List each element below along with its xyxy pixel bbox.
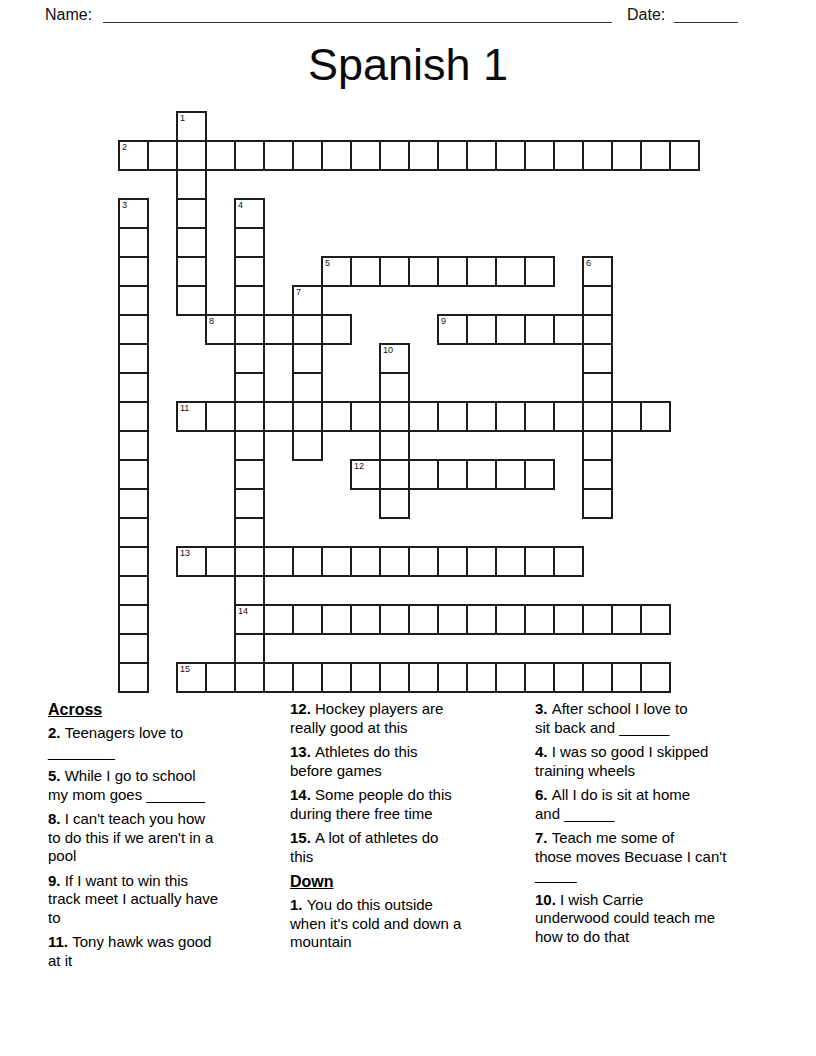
clue-number: 1. (290, 896, 307, 913)
clue-text: I was so good I skipped training wheels (535, 743, 708, 779)
grid-cell-r17c12[interactable] (466, 604, 497, 635)
grid-cell-r17c5[interactable] (263, 604, 294, 635)
grid-cell-r17c8[interactable] (350, 604, 381, 635)
grid-cell-r15c0[interactable] (118, 546, 149, 577)
grid-cell-r10c0[interactable] (118, 401, 149, 432)
grid-cell-r10c8[interactable] (350, 401, 381, 432)
grid-cell-r14c0[interactable] (118, 517, 149, 548)
clue-item-8: 8. I can't teach you how to do this if w… (48, 810, 288, 866)
grid-cell-r11c4[interactable] (234, 430, 265, 461)
grid-cell-r9c0[interactable] (118, 372, 149, 403)
clue-column-right: 3. After school I love to sit back and _… (535, 700, 785, 952)
clue-text: If I want to win this track meet I actua… (48, 872, 218, 926)
grid-cell-r5c2[interactable] (176, 256, 207, 287)
grid-cell-r4c4[interactable] (234, 227, 265, 258)
grid-cell-r19c0[interactable] (118, 662, 149, 693)
grid-cell-r19c12[interactable] (466, 662, 497, 693)
clue-column-middle: 12. Hockey players are really good at th… (290, 700, 527, 958)
grid-cell-r13c9[interactable] (379, 488, 410, 519)
clue-text: While I go to school my mom goes _______ (48, 767, 205, 803)
grid-cell-r5c0[interactable] (118, 256, 149, 287)
grid-cell-r6c0[interactable] (118, 285, 149, 316)
grid-cell-r5c14[interactable] (524, 256, 555, 287)
grid-cell-r12c9[interactable] (379, 459, 410, 490)
clue-number: 7. (535, 829, 552, 846)
grid-cell-r19c9[interactable] (379, 662, 410, 693)
name-label: Name: (45, 5, 92, 24)
clue-item-6: 6. All I do is sit at home and ______ (535, 786, 785, 823)
grid-cell-r12c4[interactable] (234, 459, 265, 490)
clue-number: 12. (290, 700, 315, 717)
grid-cell-r8c6[interactable] (292, 343, 323, 374)
grid-cell-r15c5[interactable] (263, 546, 294, 577)
grid-cell-r16c0[interactable] (118, 575, 149, 606)
grid-cell-r17c7[interactable] (321, 604, 352, 635)
grid-cell-r15c13[interactable] (495, 546, 526, 577)
clue-number: 2. (48, 724, 65, 741)
grid-cell-r6c2[interactable] (176, 285, 207, 316)
grid-cell-r15c12[interactable] (466, 546, 497, 577)
grid-cell-r17c10[interactable] (408, 604, 439, 635)
grid-cell-r19c10[interactable] (408, 662, 439, 693)
grid-cell-r19c11[interactable] (437, 662, 468, 693)
grid-cell-r18c4[interactable] (234, 633, 265, 664)
grid-cell-r5c12[interactable] (466, 256, 497, 287)
grid-cell-r17c6[interactable] (292, 604, 323, 635)
grid-cell-r15c3[interactable] (205, 546, 236, 577)
grid-cell-r8c16[interactable] (582, 343, 613, 374)
grid-cell-r16c4[interactable] (234, 575, 265, 606)
grid-cell-r1c1[interactable] (147, 140, 178, 171)
clue-heading-down: Down (290, 872, 527, 891)
grid-cell-r10c12[interactable] (466, 401, 497, 432)
grid-cell-r11c6[interactable] (292, 430, 323, 461)
cell-number-6: 6 (586, 258, 591, 268)
clue-item-1: 1. You do this outside when it's cold an… (290, 896, 527, 952)
clue-text: Tony hawk was good at it (48, 933, 211, 969)
clue-text: You do this outside when it's cold and d… (290, 896, 461, 950)
grid-cell-r1c7[interactable] (321, 140, 352, 171)
grid-cell-r12c11[interactable] (437, 459, 468, 490)
grid-cell-r19c16[interactable] (582, 662, 613, 693)
grid-cell-r17c11[interactable] (437, 604, 468, 635)
grid-cell-r19c6[interactable] (292, 662, 323, 693)
clue-item-5: 5. While I go to school my mom goes ____… (48, 767, 288, 804)
grid-cell-r19c4[interactable] (234, 662, 265, 693)
grid-cell-r1c5[interactable] (263, 140, 294, 171)
grid-cell-r10c17[interactable] (611, 401, 642, 432)
cell-number-9: 9 (441, 316, 446, 326)
grid-cell-r19c15[interactable] (553, 662, 584, 693)
cell-number-4: 4 (238, 200, 243, 210)
grid-cell-r7c12[interactable] (466, 314, 497, 345)
grid-cell-r1c13[interactable] (495, 140, 526, 171)
grid-cell-r1c16[interactable] (582, 140, 613, 171)
grid-cell-r1c12[interactable] (466, 140, 497, 171)
grid-cell-r10c3[interactable] (205, 401, 236, 432)
grid-cell-r12c8[interactable]: 12 (350, 459, 381, 490)
grid-cell-r6c4[interactable] (234, 285, 265, 316)
clue-text: Some people do this during there free ti… (290, 786, 452, 822)
cell-number-5: 5 (325, 258, 330, 268)
grid-cell-r10c11[interactable] (437, 401, 468, 432)
grid-cell-r19c14[interactable] (524, 662, 555, 693)
grid-cell-r12c16[interactable] (582, 459, 613, 490)
grid-cell-r15c4[interactable] (234, 546, 265, 577)
grid-cell-r3c0[interactable]: 3 (118, 198, 149, 229)
name-input-line[interactable] (103, 8, 612, 23)
clue-column-left: Across2. Teenagers love to ________5. Wh… (48, 700, 288, 976)
grid-cell-r6c6[interactable]: 7 (292, 285, 323, 316)
grid-cell-r8c0[interactable] (118, 343, 149, 374)
clue-item-12: 12. Hockey players are really good at th… (290, 700, 527, 737)
grid-cell-r10c7[interactable] (321, 401, 352, 432)
clue-item-11: 11. Tony hawk was good at it (48, 933, 288, 970)
grid-cell-r14c4[interactable] (234, 517, 265, 548)
grid-cell-r17c9[interactable] (379, 604, 410, 635)
grid-cell-r5c9[interactable] (379, 256, 410, 287)
clue-text: I can't teach you how to do this if we a… (48, 810, 213, 864)
cell-number-3: 3 (122, 200, 127, 210)
grid-cell-r1c19[interactable] (669, 140, 700, 171)
grid-cell-r1c17[interactable] (611, 140, 642, 171)
clue-number: 4. (535, 743, 552, 760)
grid-cell-r1c3[interactable] (205, 140, 236, 171)
grid-cell-r15c11[interactable] (437, 546, 468, 577)
grid-cell-r12c12[interactable] (466, 459, 497, 490)
clue-text: Teenagers love to ________ (48, 724, 183, 760)
grid-cell-r1c18[interactable] (640, 140, 671, 171)
grid-cell-r7c13[interactable] (495, 314, 526, 345)
clue-number: 14. (290, 786, 315, 803)
grid-cell-r1c0[interactable]: 2 (118, 140, 149, 171)
grid-cell-r19c8[interactable] (350, 662, 381, 693)
clue-number: 13. (290, 743, 315, 760)
grid-cell-r5c4[interactable] (234, 256, 265, 287)
cell-number-14: 14 (238, 606, 248, 616)
clue-item-15: 15. A lot of athletes do this (290, 829, 527, 866)
grid-cell-r1c2[interactable] (176, 140, 207, 171)
cell-number-15: 15 (180, 664, 190, 674)
cell-number-7: 7 (296, 287, 301, 297)
clue-number: 5. (48, 767, 65, 784)
grid-cell-r19c18[interactable] (640, 662, 671, 693)
grid-cell-r13c16[interactable] (582, 488, 613, 519)
grid-cell-r5c7[interactable]: 5 (321, 256, 352, 287)
grid-cell-r12c0[interactable] (118, 459, 149, 490)
grid-cell-r12c13[interactable] (495, 459, 526, 490)
grid-cell-r1c6[interactable] (292, 140, 323, 171)
clue-text: All I do is sit at home and ______ (535, 786, 690, 822)
grid-cell-r10c18[interactable] (640, 401, 671, 432)
grid-cell-r10c4[interactable] (234, 401, 265, 432)
grid-cell-r7c16[interactable] (582, 314, 613, 345)
cell-number-13: 13 (180, 548, 190, 558)
clue-number: 11. (48, 933, 72, 950)
grid-cell-r4c0[interactable] (118, 227, 149, 258)
clue-number: 8. (48, 810, 65, 827)
grid-cell-r10c15[interactable] (553, 401, 584, 432)
grid-cell-r17c13[interactable] (495, 604, 526, 635)
grid-cell-r10c10[interactable] (408, 401, 439, 432)
clue-item-9: 9. If I want to win this track meet I ac… (48, 872, 288, 928)
grid-cell-r1c8[interactable] (350, 140, 381, 171)
grid-cell-r7c6[interactable] (292, 314, 323, 345)
grid-cell-r12c10[interactable] (408, 459, 439, 490)
cell-number-11: 11 (180, 403, 189, 413)
grid-cell-r9c16[interactable] (582, 372, 613, 403)
clue-item-7: 7. Teach me some of those moves Becuase … (535, 829, 785, 885)
grid-cell-r7c14[interactable] (524, 314, 555, 345)
grid-cell-r17c0[interactable] (118, 604, 149, 635)
grid-cell-r15c14[interactable] (524, 546, 555, 577)
grid-cell-r7c0[interactable] (118, 314, 149, 345)
grid-cell-r18c0[interactable] (118, 633, 149, 664)
grid-cell-r1c14[interactable] (524, 140, 555, 171)
grid-cell-r19c13[interactable] (495, 662, 526, 693)
grid-cell-r4c2[interactable] (176, 227, 207, 258)
grid-cell-r9c6[interactable] (292, 372, 323, 403)
grid-cell-r3c2[interactable] (176, 198, 207, 229)
grid-cell-r9c4[interactable] (234, 372, 265, 403)
grid-cell-r10c5[interactable] (263, 401, 294, 432)
grid-cell-r19c3[interactable] (205, 662, 236, 693)
date-input-line[interactable] (674, 8, 738, 23)
grid-cell-r19c5[interactable] (263, 662, 294, 693)
grid-cell-r0c2[interactable]: 1 (176, 111, 207, 142)
grid-cell-r10c14[interactable] (524, 401, 555, 432)
clue-item-3: 3. After school I love to sit back and _… (535, 700, 785, 737)
grid-cell-r17c15[interactable] (553, 604, 584, 635)
worksheet-title: Spanish 1 (0, 40, 816, 90)
grid-cell-r19c7[interactable] (321, 662, 352, 693)
clue-item-10: 10. I wish Carrie underwood could teach … (535, 891, 785, 947)
cell-number-12: 12 (354, 461, 364, 471)
grid-cell-r7c5[interactable] (263, 314, 294, 345)
grid-cell-r17c16[interactable] (582, 604, 613, 635)
grid-cell-r17c4[interactable]: 14 (234, 604, 265, 635)
grid-cell-r10c16[interactable] (582, 401, 613, 432)
clue-number: 10. (535, 891, 560, 908)
grid-cell-r10c13[interactable] (495, 401, 526, 432)
clue-text: After school I love to sit back and ____… (535, 700, 688, 736)
grid-cell-r5c10[interactable] (408, 256, 439, 287)
grid-cell-r5c11[interactable] (437, 256, 468, 287)
grid-cell-r15c8[interactable] (350, 546, 381, 577)
grid-cell-r10c2[interactable]: 11 (176, 401, 207, 432)
clue-item-4: 4. I was so good I skipped training whee… (535, 743, 785, 780)
grid-cell-r1c15[interactable] (553, 140, 584, 171)
date-label: Date: (627, 5, 665, 24)
grid-cell-r8c9[interactable]: 10 (379, 343, 410, 374)
grid-cell-r12c14[interactable] (524, 459, 555, 490)
grid-cell-r1c4[interactable] (234, 140, 265, 171)
grid-cell-r15c10[interactable] (408, 546, 439, 577)
grid-cell-r1c11[interactable] (437, 140, 468, 171)
grid-cell-r15c6[interactable] (292, 546, 323, 577)
cell-number-1: 1 (180, 113, 185, 123)
grid-cell-r17c14[interactable] (524, 604, 555, 635)
clue-item-14: 14. Some people do this during there fre… (290, 786, 527, 823)
grid-cell-r2c2[interactable] (176, 169, 207, 200)
grid-cell-r6c16[interactable] (582, 285, 613, 316)
clue-number: 6. (535, 786, 552, 803)
clue-text: I wish Carrie underwood could teach me h… (535, 891, 715, 945)
clue-number: 3. (535, 700, 552, 717)
grid-cell-r13c0[interactable] (118, 488, 149, 519)
grid-cell-r17c17[interactable] (611, 604, 642, 635)
grid-cell-r17c18[interactable] (640, 604, 671, 635)
grid-cell-r3c4[interactable]: 4 (234, 198, 265, 229)
clue-heading-across: Across (48, 700, 288, 719)
grid-cell-r8c4[interactable] (234, 343, 265, 374)
clue-item-2: 2. Teenagers love to ________ (48, 724, 288, 761)
grid-cell-r15c9[interactable] (379, 546, 410, 577)
grid-cell-r10c9[interactable] (379, 401, 410, 432)
cell-number-2: 2 (122, 142, 127, 152)
clue-item-13: 13. Athletes do this before games (290, 743, 527, 780)
worksheet-page: Name: Date: Spanish 1 123456789101112131… (0, 0, 816, 1056)
grid-cell-r19c2[interactable]: 15 (176, 662, 207, 693)
clue-number: 15. (290, 829, 315, 846)
grid-cell-r7c3[interactable]: 8 (205, 314, 236, 345)
grid-cell-r5c16[interactable]: 6 (582, 256, 613, 287)
grid-cell-r11c0[interactable] (118, 430, 149, 461)
grid-cell-r11c9[interactable] (379, 430, 410, 461)
grid-cell-r1c10[interactable] (408, 140, 439, 171)
grid-cell-r7c11[interactable]: 9 (437, 314, 468, 345)
grid-cell-r7c15[interactable] (553, 314, 584, 345)
grid-cell-r19c17[interactable] (611, 662, 642, 693)
grid-cell-r9c9[interactable] (379, 372, 410, 403)
grid-cell-r1c9[interactable] (379, 140, 410, 171)
grid-cell-r15c7[interactable] (321, 546, 352, 577)
cell-number-8: 8 (209, 316, 214, 326)
grid-cell-r7c7[interactable] (321, 314, 352, 345)
clue-number: 9. (48, 872, 65, 889)
grid-cell-r11c16[interactable] (582, 430, 613, 461)
clue-text: Teach me some of those moves Becuase I c… (535, 829, 726, 883)
grid-cell-r7c4[interactable] (234, 314, 265, 345)
cell-number-10: 10 (383, 345, 393, 355)
grid-cell-r5c13[interactable] (495, 256, 526, 287)
grid-cell-r15c15[interactable] (553, 546, 584, 577)
grid-cell-r5c8[interactable] (350, 256, 381, 287)
grid-cell-r15c2[interactable]: 13 (176, 546, 207, 577)
crossword-grid: 123456789101112131415 (118, 111, 700, 693)
grid-cell-r10c6[interactable] (292, 401, 323, 432)
grid-cell-r13c4[interactable] (234, 488, 265, 519)
